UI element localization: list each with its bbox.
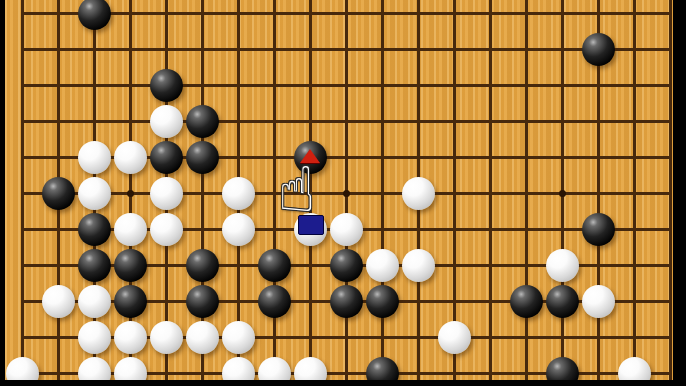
black-stone xyxy=(330,249,363,282)
black-stone xyxy=(330,285,363,318)
grid-line-horizontal xyxy=(21,48,672,51)
white-stone xyxy=(402,177,435,210)
white-stone xyxy=(330,213,363,246)
grid-line-vertical xyxy=(669,0,672,380)
white-stone xyxy=(114,321,147,354)
white-stone xyxy=(582,285,615,318)
white-stone xyxy=(222,177,255,210)
black-stone xyxy=(186,249,219,282)
white-stone xyxy=(222,213,255,246)
white-stone xyxy=(78,141,111,174)
black-stone xyxy=(582,213,615,246)
grid-line-vertical xyxy=(489,0,492,380)
glove-cuff xyxy=(298,215,324,235)
black-stone xyxy=(582,33,615,66)
black-stone xyxy=(186,285,219,318)
star-point xyxy=(343,190,350,197)
black-stone xyxy=(150,69,183,102)
black-stone xyxy=(78,0,111,30)
white-stone xyxy=(78,285,111,318)
grid-line-vertical xyxy=(381,0,384,380)
hand-cursor: ☝ xyxy=(278,153,334,239)
black-stone xyxy=(186,105,219,138)
black-stone xyxy=(114,285,147,318)
black-stone xyxy=(42,177,75,210)
white-stone xyxy=(114,141,147,174)
white-stone xyxy=(150,213,183,246)
video-frame: ☝ xyxy=(0,0,686,386)
grid-line-horizontal xyxy=(21,120,672,123)
black-stone xyxy=(114,249,147,282)
white-stone xyxy=(150,105,183,138)
white-stone xyxy=(78,321,111,354)
black-stone xyxy=(510,285,543,318)
white-stone xyxy=(546,249,579,282)
right-edge-bar xyxy=(673,0,686,386)
white-stone xyxy=(366,249,399,282)
black-stone xyxy=(186,141,219,174)
grid-line-vertical xyxy=(525,0,528,380)
white-stone xyxy=(438,321,471,354)
grid-line-vertical xyxy=(633,0,636,380)
white-stone xyxy=(78,177,111,210)
white-stone xyxy=(42,285,75,318)
white-stone xyxy=(114,213,147,246)
black-stone xyxy=(366,285,399,318)
black-stone xyxy=(258,249,291,282)
bottom-edge-bar xyxy=(0,380,686,386)
white-stone xyxy=(150,321,183,354)
star-point xyxy=(559,190,566,197)
grid-line-vertical xyxy=(273,0,276,380)
black-stone xyxy=(150,141,183,174)
star-point xyxy=(127,190,134,197)
white-stone xyxy=(186,321,219,354)
black-stone xyxy=(546,285,579,318)
grid-line-horizontal xyxy=(21,12,672,15)
black-stone xyxy=(78,213,111,246)
white-stone xyxy=(402,249,435,282)
left-edge-bar xyxy=(0,0,5,386)
grid-line-vertical xyxy=(21,0,24,380)
black-stone xyxy=(258,285,291,318)
white-stone xyxy=(150,177,183,210)
grid-line-horizontal xyxy=(21,84,672,87)
black-stone xyxy=(78,249,111,282)
white-stone xyxy=(222,321,255,354)
